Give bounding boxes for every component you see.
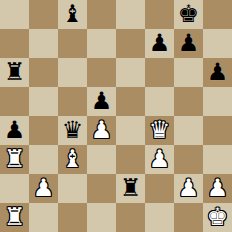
square-c2[interactable] [58, 174, 87, 203]
square-b3[interactable] [29, 145, 58, 174]
piece-white-bishop-c3[interactable]: ♝ [62, 145, 84, 174]
square-c1[interactable] [58, 203, 87, 232]
square-h3[interactable] [203, 145, 232, 174]
square-a5[interactable] [0, 87, 29, 116]
square-b5[interactable] [29, 87, 58, 116]
square-e3[interactable] [116, 145, 145, 174]
square-h8[interactable] [203, 0, 232, 29]
piece-white-pawn-f3[interactable]: ♟ [149, 145, 171, 174]
square-f1[interactable] [145, 203, 174, 232]
square-d5[interactable]: ♟ [87, 87, 116, 116]
square-c4[interactable]: ♛ [58, 116, 87, 145]
square-b6[interactable] [29, 58, 58, 87]
square-e5[interactable] [116, 87, 145, 116]
square-b7[interactable] [29, 29, 58, 58]
piece-white-pawn-g2[interactable]: ♟ [178, 174, 200, 203]
square-e1[interactable] [116, 203, 145, 232]
chess-board: ♝♚♟♟♜♟♟♟♛♟♛♜♝♟♟♜♟♟♜♚ [0, 0, 232, 232]
piece-white-pawn-b2[interactable]: ♟ [33, 174, 55, 203]
square-b2[interactable]: ♟ [29, 174, 58, 203]
square-g5[interactable] [174, 87, 203, 116]
square-g6[interactable] [174, 58, 203, 87]
square-h2[interactable]: ♟ [203, 174, 232, 203]
piece-black-pawn-h6[interactable]: ♟ [207, 58, 229, 87]
piece-black-rook-e2[interactable]: ♜ [120, 174, 142, 203]
piece-white-pawn-d4[interactable]: ♟ [91, 116, 113, 145]
piece-black-pawn-g7[interactable]: ♟ [178, 29, 200, 58]
square-g7[interactable]: ♟ [174, 29, 203, 58]
square-b8[interactable] [29, 0, 58, 29]
piece-white-rook-a3[interactable]: ♜ [4, 145, 26, 174]
square-g3[interactable] [174, 145, 203, 174]
square-f4[interactable]: ♛ [145, 116, 174, 145]
square-g2[interactable]: ♟ [174, 174, 203, 203]
square-g4[interactable] [174, 116, 203, 145]
square-h6[interactable]: ♟ [203, 58, 232, 87]
piece-white-pawn-h2[interactable]: ♟ [207, 174, 229, 203]
piece-white-king-h1[interactable]: ♚ [207, 203, 229, 232]
square-f6[interactable] [145, 58, 174, 87]
square-c5[interactable] [58, 87, 87, 116]
square-h1[interactable]: ♚ [203, 203, 232, 232]
square-b1[interactable] [29, 203, 58, 232]
square-g1[interactable] [174, 203, 203, 232]
square-a8[interactable] [0, 0, 29, 29]
square-d4[interactable]: ♟ [87, 116, 116, 145]
square-f2[interactable] [145, 174, 174, 203]
square-c8[interactable]: ♝ [58, 0, 87, 29]
square-a3[interactable]: ♜ [0, 145, 29, 174]
piece-white-queen-f4[interactable]: ♛ [149, 116, 171, 145]
square-e2[interactable]: ♜ [116, 174, 145, 203]
square-e4[interactable] [116, 116, 145, 145]
square-a4[interactable]: ♟ [0, 116, 29, 145]
piece-black-bishop-c8[interactable]: ♝ [62, 0, 84, 29]
square-h4[interactable] [203, 116, 232, 145]
square-a2[interactable] [0, 174, 29, 203]
square-b4[interactable] [29, 116, 58, 145]
piece-black-rook-a6[interactable]: ♜ [4, 58, 26, 87]
piece-black-queen-c4[interactable]: ♛ [62, 116, 84, 145]
square-c6[interactable] [58, 58, 87, 87]
square-f3[interactable]: ♟ [145, 145, 174, 174]
square-a6[interactable]: ♜ [0, 58, 29, 87]
square-c3[interactable]: ♝ [58, 145, 87, 174]
piece-black-pawn-d5[interactable]: ♟ [91, 87, 113, 116]
square-e7[interactable] [116, 29, 145, 58]
square-e6[interactable] [116, 58, 145, 87]
piece-black-king-g8[interactable]: ♚ [178, 0, 200, 29]
square-a1[interactable]: ♜ [0, 203, 29, 232]
square-e8[interactable] [116, 0, 145, 29]
square-d1[interactable] [87, 203, 116, 232]
square-f8[interactable] [145, 0, 174, 29]
square-f5[interactable] [145, 87, 174, 116]
piece-black-pawn-a4[interactable]: ♟ [4, 116, 26, 145]
square-d2[interactable] [87, 174, 116, 203]
square-d8[interactable] [87, 0, 116, 29]
square-h7[interactable] [203, 29, 232, 58]
square-d6[interactable] [87, 58, 116, 87]
square-d7[interactable] [87, 29, 116, 58]
square-h5[interactable] [203, 87, 232, 116]
square-c7[interactable] [58, 29, 87, 58]
square-g8[interactable]: ♚ [174, 0, 203, 29]
square-f7[interactable]: ♟ [145, 29, 174, 58]
square-d3[interactable] [87, 145, 116, 174]
piece-black-pawn-f7[interactable]: ♟ [149, 29, 171, 58]
square-a7[interactable] [0, 29, 29, 58]
piece-white-rook-a1[interactable]: ♜ [4, 203, 26, 232]
